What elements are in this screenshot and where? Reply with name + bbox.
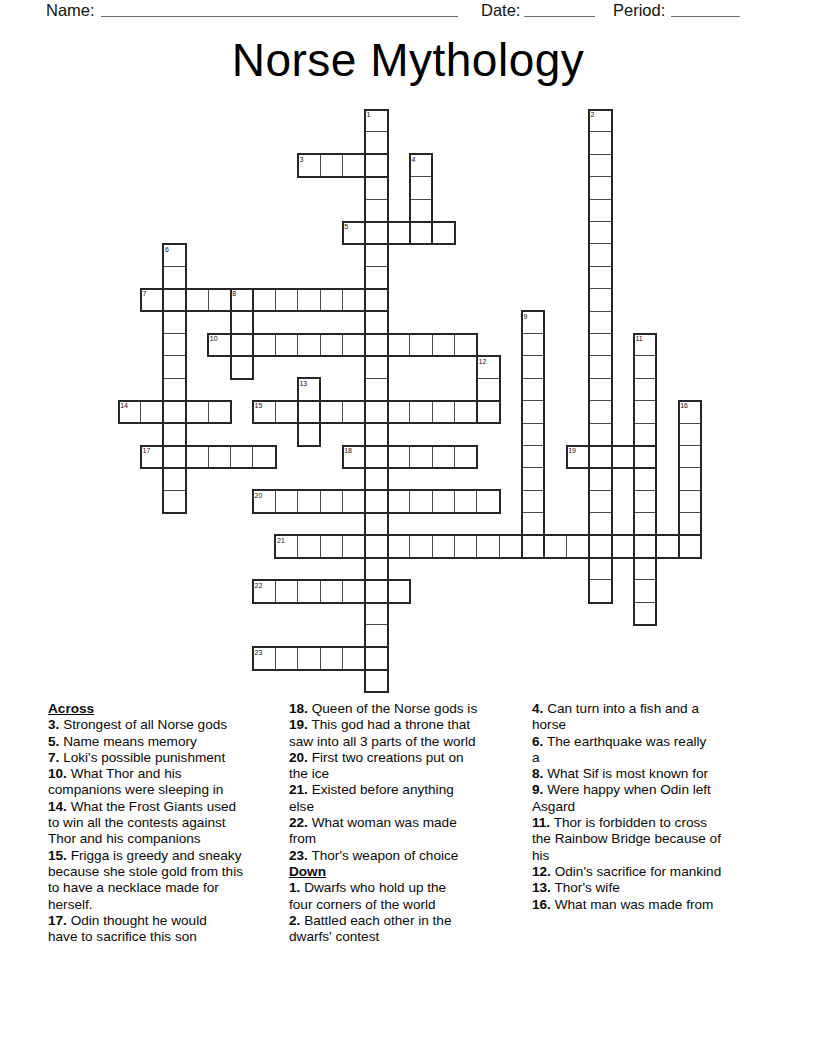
cell-number: 17 (143, 447, 151, 454)
clue-number: 6. (532, 734, 543, 749)
clue-number: 22. (289, 815, 308, 830)
clue-text: Thor's wife (554, 880, 619, 895)
clue-text: Thor's weapon of choice (311, 848, 458, 863)
clue-number: 17. (48, 913, 67, 928)
grid-cell[interactable] (588, 355, 612, 379)
grid-cell[interactable] (387, 490, 411, 514)
clue-item-11: 11. Thor is forbidden to cross the Rainb… (532, 815, 721, 864)
grid-cell[interactable] (208, 445, 232, 469)
clue-column-right: 4. Can turn into a fish and a horse6. Th… (532, 701, 721, 913)
grid-cell[interactable] (521, 378, 545, 402)
clue-item-5: 5. Name means memory (48, 734, 243, 750)
grid-cell[interactable] (230, 333, 254, 357)
grid-cell[interactable] (140, 400, 164, 424)
grid-cell[interactable] (588, 445, 612, 469)
clue-number: 7. (48, 750, 59, 765)
grid-cell[interactable] (387, 445, 411, 469)
clue-text: The earthquake was really a (532, 734, 706, 765)
grid-cell[interactable] (297, 579, 321, 603)
clue-item-22: 22. What woman was made from (289, 815, 477, 848)
grid-cell[interactable] (364, 288, 388, 312)
grid-cell[interactable] (364, 154, 388, 178)
grid-cell[interactable] (432, 535, 456, 559)
grid-cell[interactable] (320, 490, 344, 514)
grid-cell[interactable] (364, 602, 388, 626)
clue-text: Strongest of all Norse gods (63, 717, 227, 732)
grid-cell[interactable] (454, 333, 478, 357)
clue-column-middle: 18. Queen of the Norse gods is19. This g… (289, 701, 477, 945)
grid-cell[interactable] (476, 490, 500, 514)
clue-text: What woman was made from (289, 815, 457, 846)
grid-cell[interactable] (163, 378, 187, 402)
cell-number: 4 (411, 156, 415, 163)
clue-text: What the Frost Giants used to win all th… (48, 799, 236, 847)
grid-cell[interactable] (588, 378, 612, 402)
grid-cell[interactable] (678, 423, 702, 447)
clue-number: 10. (48, 766, 67, 781)
clue-text: Queen of the Norse gods is (312, 701, 478, 716)
period-label: Period: (613, 1, 665, 20)
grid-cell[interactable] (588, 535, 612, 559)
grid-cell[interactable] (588, 490, 612, 514)
grid-cell[interactable] (588, 333, 612, 357)
page-title: Norse Mythology (0, 33, 816, 87)
grid-cell[interactable] (275, 647, 299, 671)
clue-item-2: 2. Battled each other in the dwarfs' con… (289, 913, 477, 946)
grid-cell[interactable] (364, 647, 388, 671)
grid-cell[interactable] (364, 624, 388, 648)
grid-cell[interactable] (342, 647, 366, 671)
grid-cell[interactable] (633, 378, 657, 402)
grid-cell[interactable] (364, 557, 388, 581)
grid-cell[interactable] (163, 490, 187, 514)
grid-cell[interactable] (678, 445, 702, 469)
grid-cell[interactable] (521, 333, 545, 357)
grid-cell[interactable] (678, 490, 702, 514)
grid-cell[interactable] (588, 311, 612, 335)
clue-item-17: 17. Odin thought he would have to sacrif… (48, 913, 243, 946)
cell-number: 11 (635, 335, 642, 342)
grid-cell[interactable] (633, 467, 657, 491)
grid-cell[interactable] (342, 333, 366, 357)
grid-cell[interactable] (364, 131, 388, 155)
clue-text: Loki's possible punishment (63, 750, 225, 765)
cell-number: 15 (255, 402, 263, 409)
grid-cell[interactable] (364, 176, 388, 200)
grid-cell[interactable] (521, 467, 545, 491)
clue-item-14: 14. What the Frost Giants used to win al… (48, 799, 243, 848)
clue-item-15: 15. Frigga is greedy and sneaky because … (48, 848, 243, 913)
cell-number: 9 (523, 313, 527, 320)
clue-item-13: 13. Thor's wife (532, 880, 721, 896)
grid-cell[interactable] (185, 445, 209, 469)
grid-cell[interactable] (588, 131, 612, 155)
grid-cell[interactable] (364, 221, 388, 245)
grid-cell[interactable] (409, 333, 433, 357)
clue-number: 4. (532, 701, 543, 716)
grid-cell[interactable] (342, 535, 366, 559)
clue-number: 16. (532, 897, 551, 912)
grid-cell[interactable] (678, 467, 702, 491)
cell-number: 19 (568, 447, 576, 454)
clue-item-3: 3. Strongest of all Norse gods (48, 717, 243, 733)
clue-number: 8. (532, 766, 543, 781)
grid-cell[interactable] (633, 512, 657, 536)
grid-cell[interactable] (476, 378, 500, 402)
grid-cell[interactable] (409, 176, 433, 200)
clue-number: 1. (289, 880, 300, 895)
clue-text: Dwarfs who hold up the four corners of t… (289, 880, 446, 911)
cell-number: 10 (210, 335, 218, 342)
grid-cell[interactable] (409, 445, 433, 469)
clue-text: Can turn into a fish and a horse (532, 701, 699, 732)
grid-cell[interactable] (588, 154, 612, 178)
grid-cell[interactable] (364, 579, 388, 603)
grid-cell[interactable] (409, 490, 433, 514)
grid-cell[interactable] (656, 535, 680, 559)
clue-number: 12. (532, 864, 551, 879)
grid-cell[interactable] (297, 647, 321, 671)
period-blank-line (671, 16, 740, 17)
grid-cell[interactable] (588, 243, 612, 267)
grid-cell[interactable] (163, 445, 187, 469)
clue-item-1: 1. Dwarfs who hold up the four corners o… (289, 880, 477, 913)
grid-cell[interactable] (297, 333, 321, 357)
grid-cell[interactable] (364, 423, 388, 447)
grid-cell[interactable] (297, 535, 321, 559)
grid-cell[interactable] (409, 400, 433, 424)
grid-cell[interactable] (521, 490, 545, 514)
clue-item-6: 6. The earthquake was really a (532, 734, 721, 767)
grid-cell[interactable] (364, 669, 388, 693)
grid-cell[interactable] (432, 445, 456, 469)
date-blank-line (524, 16, 595, 17)
grid-cell[interactable] (633, 602, 657, 626)
clue-number: 14. (48, 799, 67, 814)
grid-cell[interactable] (275, 490, 299, 514)
clue-item-19: 19. This god had a throne that saw into … (289, 717, 477, 750)
cell-number: 18 (344, 447, 352, 454)
grid-cell[interactable] (342, 154, 366, 178)
grid-cell[interactable] (275, 400, 299, 424)
grid-cell[interactable] (588, 467, 612, 491)
grid-cell[interactable] (320, 333, 344, 357)
name-label: Name: (46, 1, 95, 20)
grid-cell[interactable] (476, 535, 500, 559)
grid-cell[interactable] (588, 423, 612, 447)
name-blank-line (101, 16, 458, 17)
clue-text: Name means memory (63, 734, 197, 749)
clue-text: This god had a throne that saw into all … (289, 717, 476, 748)
grid-cell[interactable] (387, 221, 411, 245)
cell-number: 22 (255, 582, 263, 589)
cell-number: 8 (232, 290, 236, 297)
clue-number: 2. (289, 913, 300, 928)
grid-cell[interactable] (409, 199, 433, 223)
grid-cell[interactable] (454, 535, 478, 559)
grid-cell[interactable] (163, 333, 187, 357)
clue-number: 18. (289, 701, 308, 716)
grid-cell[interactable] (678, 535, 702, 559)
grid-cell[interactable] (566, 535, 590, 559)
grid-cell[interactable] (387, 535, 411, 559)
grid-cell[interactable] (342, 288, 366, 312)
clue-item-8: 8. What Sif is most known for (532, 766, 721, 782)
grid-cell[interactable] (163, 467, 187, 491)
grid-cell[interactable] (364, 400, 388, 424)
grid-cell[interactable] (297, 400, 321, 424)
grid-cell[interactable] (364, 535, 388, 559)
clue-item-12: 12. Odin's sacrifice for mankind (532, 864, 721, 880)
grid-cell[interactable] (163, 400, 187, 424)
cell-number: 21 (277, 537, 285, 544)
cell-number: 12 (479, 358, 487, 365)
grid-cell[interactable] (230, 311, 254, 335)
cell-number: 14 (120, 402, 128, 409)
grid-cell[interactable] (320, 154, 344, 178)
grid-cell[interactable] (588, 266, 612, 290)
grid-cell[interactable] (432, 221, 456, 245)
grid-cell[interactable] (588, 221, 612, 245)
grid-cell[interactable] (521, 400, 545, 424)
grid-cell[interactable] (544, 535, 568, 559)
cell-number: 13 (299, 380, 307, 387)
grid-cell[interactable] (633, 557, 657, 581)
clue-item-20: 20. First two creations put on the ice (289, 750, 477, 783)
grid-cell[interactable] (297, 423, 321, 447)
grid-cell[interactable] (454, 445, 478, 469)
grid-cell[interactable] (387, 400, 411, 424)
clue-text: First two creations put on the ice (289, 750, 464, 781)
grid-cell[interactable] (364, 311, 388, 335)
grid-cell[interactable] (320, 288, 344, 312)
clue-item-10: 10. What Thor and his companions were sl… (48, 766, 243, 799)
grid-cell[interactable] (432, 400, 456, 424)
clue-item-16: 16. What man was made from (532, 897, 721, 913)
grid-cell[interactable] (364, 512, 388, 536)
grid-cell[interactable] (163, 423, 187, 447)
grid-cell[interactable] (297, 288, 321, 312)
grid-cell[interactable] (454, 490, 478, 514)
clue-text: Existed before anything else (289, 782, 454, 813)
clue-text: Odin thought he would have to sacrifice … (48, 913, 207, 944)
clue-text: Odin's sacrifice for mankind (555, 864, 722, 879)
grid-cell[interactable] (364, 266, 388, 290)
grid-cell[interactable] (633, 445, 657, 469)
grid-cell[interactable] (387, 333, 411, 357)
grid-cell[interactable] (364, 378, 388, 402)
grid-cell[interactable] (521, 423, 545, 447)
clue-text: What man was made from (555, 897, 714, 912)
crossword-grid: 3571014151718192021222312468911121316 (118, 109, 701, 692)
clue-number: 15. (48, 848, 67, 863)
clue-text: Were happy when Odin left Asgard (532, 782, 711, 813)
clue-item-4: 4. Can turn into a fish and a horse (532, 701, 721, 734)
grid-cell[interactable] (633, 423, 657, 447)
clue-item-18: 18. Queen of the Norse gods is (289, 701, 477, 717)
cell-number: 3 (299, 156, 303, 163)
cell-number: 7 (143, 290, 147, 297)
grid-cell[interactable] (320, 400, 344, 424)
cell-number: 20 (255, 492, 263, 499)
clue-number: 21. (289, 782, 308, 797)
grid-cell[interactable] (320, 647, 344, 671)
grid-cell[interactable] (185, 400, 209, 424)
grid-cell[interactable] (476, 400, 500, 424)
grid-cell[interactable] (588, 199, 612, 223)
grid-cell[interactable] (409, 535, 433, 559)
clue-item-9: 9. Were happy when Odin left Asgard (532, 782, 721, 815)
grid-cell[interactable] (432, 333, 456, 357)
cell-number: 23 (255, 649, 263, 656)
cell-number: 1 (367, 111, 371, 118)
grid-cell[interactable] (342, 400, 366, 424)
grid-cell[interactable] (252, 445, 276, 469)
grid-cell[interactable] (275, 288, 299, 312)
grid-cell[interactable] (252, 333, 276, 357)
cell-number: 16 (680, 402, 688, 409)
clue-text: What Sif is most known for (547, 766, 708, 781)
grid-cell[interactable] (163, 266, 187, 290)
grid-cell[interactable] (633, 400, 657, 424)
grid-cell[interactable] (275, 333, 299, 357)
clue-column-left: Across3. Strongest of all Norse gods5. N… (48, 701, 243, 945)
grid-cell[interactable] (342, 490, 366, 514)
grid-cell[interactable] (163, 288, 187, 312)
grid-cell[interactable] (678, 512, 702, 536)
clue-number: 3. (48, 717, 59, 732)
grid-cell[interactable] (252, 288, 276, 312)
clue-item-7: 7. Loki's possible punishment (48, 750, 243, 766)
grid-cell[interactable] (633, 355, 657, 379)
grid-cell[interactable] (185, 288, 209, 312)
grid-cell[interactable] (364, 333, 388, 357)
cell-number: 2 (591, 111, 595, 118)
grid-cell[interactable] (364, 467, 388, 491)
clue-section-header: Across (48, 701, 243, 717)
grid-cell[interactable] (611, 445, 635, 469)
grid-cell[interactable] (230, 355, 254, 379)
grid-cell[interactable] (588, 512, 612, 536)
grid-cell[interactable] (588, 579, 612, 603)
clue-text: Frigga is greedy and sneaky because she … (48, 848, 243, 912)
grid-cell[interactable] (208, 400, 232, 424)
clue-number: 20. (289, 750, 308, 765)
grid-cell[interactable] (208, 288, 232, 312)
grid-cell[interactable] (230, 445, 254, 469)
grid-cell[interactable] (297, 490, 321, 514)
grid-cell[interactable] (163, 311, 187, 335)
grid-cell[interactable] (364, 445, 388, 469)
grid-cell[interactable] (320, 579, 344, 603)
cell-number: 6 (165, 246, 169, 253)
grid-cell[interactable] (320, 535, 344, 559)
grid-cell[interactable] (364, 243, 388, 267)
clue-item-21: 21. Existed before anything else (289, 782, 477, 815)
grid-cell[interactable] (163, 355, 187, 379)
clue-item-23: 23. Thor's weapon of choice (289, 848, 477, 864)
grid-cell[interactable] (499, 535, 523, 559)
grid-cell[interactable] (432, 490, 456, 514)
clue-section-header: Down (289, 864, 477, 880)
date-label: Date: (481, 1, 520, 20)
grid-cell[interactable] (588, 288, 612, 312)
grid-cell[interactable] (454, 400, 478, 424)
grid-cell[interactable] (521, 535, 545, 559)
clue-number: 9. (532, 782, 543, 797)
grid-cell[interactable] (342, 579, 366, 603)
cell-number: 5 (344, 223, 348, 230)
clue-number: 11. (532, 815, 550, 830)
clue-text: Battled each other in the dwarfs' contes… (289, 913, 452, 944)
clue-text: What Thor and his companions were sleepi… (48, 766, 223, 797)
grid-cell[interactable] (588, 176, 612, 200)
grid-cell[interactable] (521, 355, 545, 379)
clue-number: 23. (289, 848, 308, 863)
grid-cell[interactable] (611, 535, 635, 559)
grid-cell[interactable] (521, 445, 545, 469)
grid-cell[interactable] (364, 355, 388, 379)
clue-text: Thor is forbidden to cross the Rainbow B… (532, 815, 721, 863)
clue-number: 19. (289, 717, 308, 732)
clue-number: 5. (48, 734, 59, 749)
clue-number: 13. (532, 880, 551, 895)
grid-cell[interactable] (588, 557, 612, 581)
grid-cell[interactable] (521, 512, 545, 536)
grid-cell[interactable] (633, 579, 657, 603)
grid-cell[interactable] (387, 579, 411, 603)
grid-cell[interactable] (588, 400, 612, 424)
grid-cell[interactable] (364, 199, 388, 223)
grid-cell[interactable] (275, 579, 299, 603)
grid-cell[interactable] (409, 221, 433, 245)
grid-cell[interactable] (364, 490, 388, 514)
grid-cell[interactable] (633, 535, 657, 559)
grid-cell[interactable] (633, 490, 657, 514)
